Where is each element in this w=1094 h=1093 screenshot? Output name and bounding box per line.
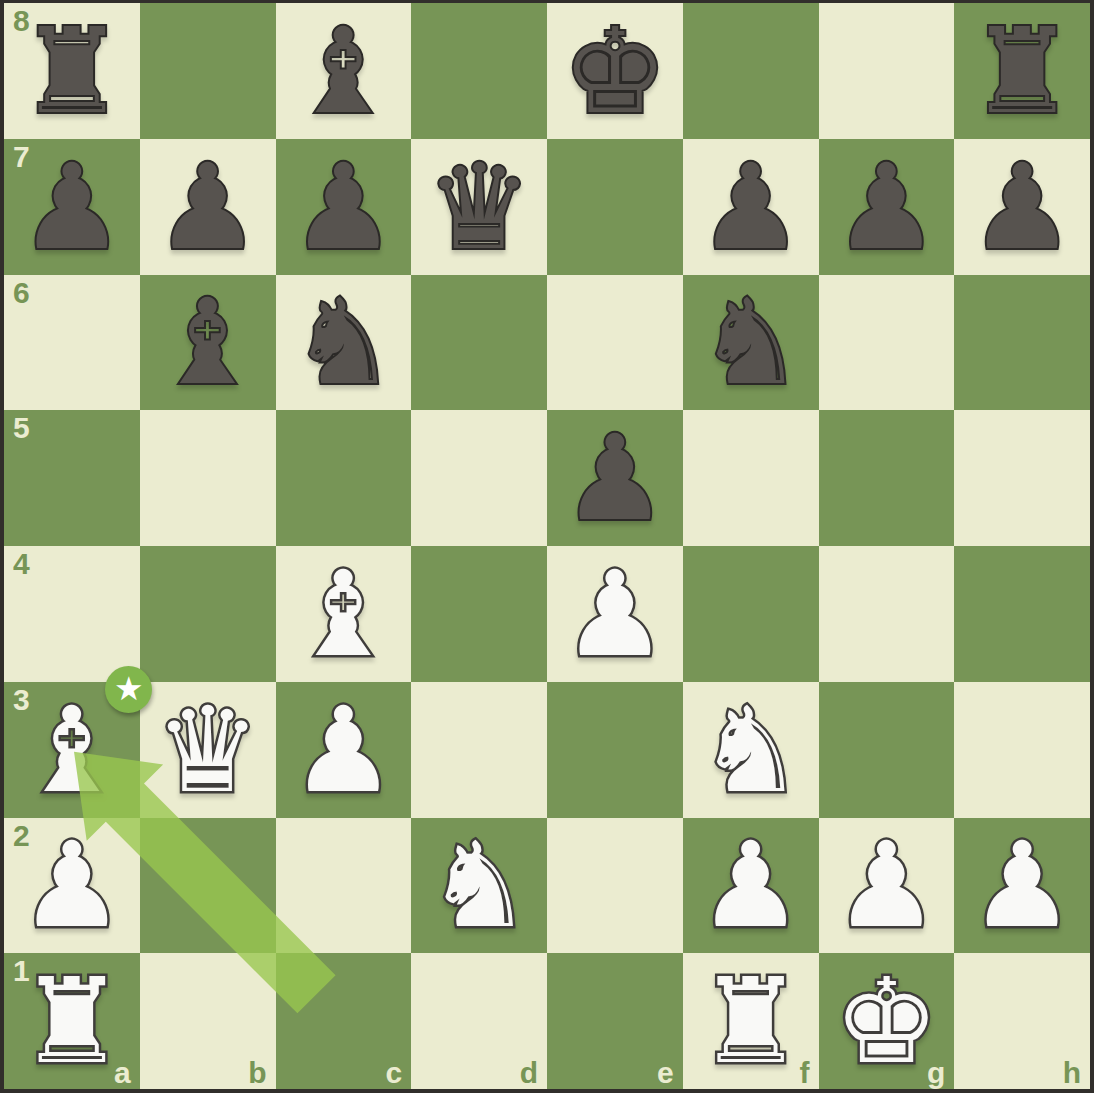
square-h7[interactable]: ♟ (954, 139, 1090, 275)
square-b8[interactable] (140, 3, 276, 139)
square-e6[interactable] (547, 275, 683, 411)
piece-black-queen-d7[interactable]: ♛ (426, 148, 532, 266)
piece-black-king-e8[interactable]: ♚ (562, 12, 668, 130)
chess-board-frame: 8♜♝♚♜7♟♟♟♛♟♟♟6♝♞♞5♟4♝♟3♝♛♟♞2♟♞♟♟♟1a♜bcde… (0, 0, 1094, 1093)
piece-black-knight-c6[interactable]: ♞ (290, 283, 396, 401)
rank-label-6: 6 (13, 276, 30, 311)
square-f2[interactable]: ♟ (683, 818, 819, 954)
chess-board[interactable]: 8♜♝♚♜7♟♟♟♛♟♟♟6♝♞♞5♟4♝♟3♝♛♟♞2♟♞♟♟♟1a♜bcde… (4, 3, 1090, 1089)
square-b4[interactable] (140, 546, 276, 682)
piece-black-rook-a8[interactable]: ♜ (19, 12, 125, 130)
square-b6[interactable]: ♝ (140, 275, 276, 411)
square-b7[interactable]: ♟ (140, 139, 276, 275)
square-g2[interactable]: ♟ (819, 818, 955, 954)
square-e7[interactable] (547, 139, 683, 275)
square-c2[interactable] (276, 818, 412, 954)
square-f8[interactable] (683, 3, 819, 139)
piece-white-knight-d2[interactable]: ♞ (426, 826, 532, 944)
square-b2[interactable] (140, 818, 276, 954)
square-e4[interactable]: ♟ (547, 546, 683, 682)
piece-white-pawn-a2[interactable]: ♟ (19, 826, 125, 944)
square-f3[interactable]: ♞ (683, 682, 819, 818)
rank-label-5: 5 (13, 411, 30, 446)
square-d3[interactable] (411, 682, 547, 818)
piece-white-pawn-h2[interactable]: ♟ (969, 826, 1075, 944)
square-f4[interactable] (683, 546, 819, 682)
piece-white-bishop-a3[interactable]: ♝ (19, 691, 125, 809)
square-a4[interactable]: 4 (4, 546, 140, 682)
piece-white-rook-f1[interactable]: ♜ (698, 962, 804, 1080)
square-d6[interactable] (411, 275, 547, 411)
piece-black-rook-h8[interactable]: ♜ (969, 12, 1075, 130)
piece-black-pawn-a7[interactable]: ♟ (19, 148, 125, 266)
square-g6[interactable] (819, 275, 955, 411)
square-d7[interactable]: ♛ (411, 139, 547, 275)
square-b3[interactable]: ♛ (140, 682, 276, 818)
square-c1[interactable]: c (276, 953, 412, 1089)
square-a7[interactable]: 7♟ (4, 139, 140, 275)
square-c7[interactable]: ♟ (276, 139, 412, 275)
square-h3[interactable] (954, 682, 1090, 818)
square-h1[interactable]: h (954, 953, 1090, 1089)
piece-white-queen-b3[interactable]: ♛ (155, 691, 261, 809)
square-a2[interactable]: 2♟ (4, 818, 140, 954)
square-h2[interactable]: ♟ (954, 818, 1090, 954)
piece-black-bishop-b6[interactable]: ♝ (155, 283, 261, 401)
piece-black-pawn-b7[interactable]: ♟ (155, 148, 261, 266)
square-d4[interactable] (411, 546, 547, 682)
piece-black-pawn-f7[interactable]: ♟ (698, 148, 804, 266)
piece-white-rook-a1[interactable]: ♜ (19, 962, 125, 1080)
square-e5[interactable]: ♟ (547, 410, 683, 546)
square-g4[interactable] (819, 546, 955, 682)
piece-black-bishop-c8[interactable]: ♝ (290, 12, 396, 130)
square-b1[interactable]: b (140, 953, 276, 1089)
square-d1[interactable]: d (411, 953, 547, 1089)
square-a1[interactable]: 1a♜ (4, 953, 140, 1089)
piece-black-pawn-h7[interactable]: ♟ (969, 148, 1075, 266)
square-h5[interactable] (954, 410, 1090, 546)
square-e8[interactable]: ♚ (547, 3, 683, 139)
square-e2[interactable] (547, 818, 683, 954)
file-label-e: e (657, 1056, 674, 1089)
square-g5[interactable] (819, 410, 955, 546)
square-h6[interactable] (954, 275, 1090, 411)
square-b5[interactable] (140, 410, 276, 546)
square-c4[interactable]: ♝ (276, 546, 412, 682)
square-g7[interactable]: ♟ (819, 139, 955, 275)
square-h8[interactable]: ♜ (954, 3, 1090, 139)
piece-white-pawn-e4[interactable]: ♟ (562, 555, 668, 673)
square-f5[interactable] (683, 410, 819, 546)
piece-white-bishop-c4[interactable]: ♝ (290, 555, 396, 673)
piece-white-pawn-g2[interactable]: ♟ (833, 826, 939, 944)
piece-black-pawn-g7[interactable]: ♟ (833, 148, 939, 266)
file-label-d: d (520, 1056, 538, 1089)
square-d8[interactable] (411, 3, 547, 139)
square-g3[interactable] (819, 682, 955, 818)
piece-white-pawn-c3[interactable]: ♟ (290, 691, 396, 809)
rank-label-4: 4 (13, 547, 30, 582)
piece-white-knight-f3[interactable]: ♞ (698, 691, 804, 809)
square-a8[interactable]: 8♜ (4, 3, 140, 139)
square-c6[interactable]: ♞ (276, 275, 412, 411)
square-a6[interactable]: 6 (4, 275, 140, 411)
square-h4[interactable] (954, 546, 1090, 682)
star-icon: ★ (114, 672, 144, 705)
file-label-b: b (248, 1056, 266, 1089)
square-c3[interactable]: ♟ (276, 682, 412, 818)
square-d5[interactable] (411, 410, 547, 546)
square-g8[interactable] (819, 3, 955, 139)
square-e3[interactable] (547, 682, 683, 818)
square-f6[interactable]: ♞ (683, 275, 819, 411)
square-d2[interactable]: ♞ (411, 818, 547, 954)
piece-black-knight-f6[interactable]: ♞ (698, 283, 804, 401)
square-a5[interactable]: 5 (4, 410, 140, 546)
square-g1[interactable]: g♚ (819, 953, 955, 1089)
piece-white-pawn-f2[interactable]: ♟ (698, 826, 804, 944)
piece-black-pawn-e5[interactable]: ♟ (562, 419, 668, 537)
piece-black-pawn-c7[interactable]: ♟ (290, 148, 396, 266)
square-f1[interactable]: f♜ (683, 953, 819, 1089)
piece-white-king-g1[interactable]: ♚ (833, 962, 939, 1080)
square-c8[interactable]: ♝ (276, 3, 412, 139)
square-c5[interactable] (276, 410, 412, 546)
file-label-h: h (1063, 1056, 1081, 1089)
square-e1[interactable]: e (547, 953, 683, 1089)
file-label-c: c (386, 1056, 403, 1089)
square-f7[interactable]: ♟ (683, 139, 819, 275)
